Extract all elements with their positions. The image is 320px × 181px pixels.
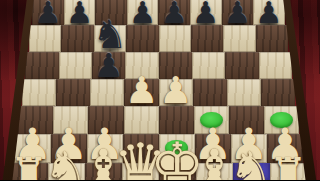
piece-black-pawn[interactable]: ♟: [66, 0, 93, 28]
piece-white-rook[interactable]: ♜: [269, 152, 308, 180]
piece-white-pawn[interactable]: ♟: [125, 72, 158, 109]
piece-black-pawn[interactable]: ♟: [94, 49, 124, 82]
board-rank-6: ♞: [29, 25, 288, 52]
square-f5[interactable]: [192, 52, 225, 79]
square-e4[interactable]: ♟: [159, 79, 193, 107]
chess-app-screen: ♟♟♟♟♟♟♟♞♟♟♟♟♟♟♟♟♟♜♞♝♛♚♝♞♜: [0, 0, 320, 180]
square-g4[interactable]: [227, 79, 261, 107]
board-rank-1: ♜♞♝♛♚♝♞♜: [11, 163, 307, 181]
square-c5[interactable]: ♟: [92, 52, 125, 79]
board-rank-7: ♟♟♟♟♟♟♟: [32, 0, 284, 25]
square-h5[interactable]: [259, 52, 292, 79]
square-b6[interactable]: [61, 25, 93, 52]
square-d4[interactable]: ♟: [124, 79, 158, 107]
square-b4[interactable]: [56, 79, 90, 107]
square-g7[interactable]: ♟: [222, 0, 254, 25]
square-g1[interactable]: ♞: [233, 163, 270, 181]
piece-white-pawn[interactable]: ♟: [159, 72, 192, 109]
piece-black-pawn[interactable]: ♟: [192, 0, 219, 28]
square-a5[interactable]: [25, 52, 58, 79]
square-e7[interactable]: ♟: [158, 0, 190, 25]
piece-black-pawn[interactable]: ♟: [35, 0, 62, 28]
board-rank-4: ♟♟: [22, 79, 296, 107]
chess-board[interactable]: ♟♟♟♟♟♟♟♞♟♟♟♟♟♟♟♟♟♜♞♝♛♚♝♞♜: [0, 0, 320, 180]
square-h6[interactable]: [256, 25, 288, 52]
square-b5[interactable]: [59, 52, 92, 79]
piece-black-pawn[interactable]: ♟: [129, 0, 156, 28]
square-a1[interactable]: ♜: [11, 163, 48, 181]
square-d6[interactable]: [126, 25, 158, 52]
square-f6[interactable]: [191, 25, 223, 52]
square-a7[interactable]: ♟: [32, 0, 64, 25]
square-h7[interactable]: ♟: [253, 0, 285, 25]
square-f1[interactable]: ♝: [196, 163, 233, 181]
piece-black-pawn[interactable]: ♟: [224, 0, 251, 28]
square-g5[interactable]: [225, 52, 258, 79]
square-a6[interactable]: [29, 25, 61, 52]
square-g6[interactable]: [223, 25, 255, 52]
piece-black-pawn[interactable]: ♟: [161, 0, 188, 28]
square-h4[interactable]: [261, 79, 295, 107]
square-e6[interactable]: [159, 25, 191, 52]
square-h1[interactable]: ♜: [270, 163, 307, 181]
piece-white-rook[interactable]: ♜: [10, 152, 49, 180]
square-b7[interactable]: ♟: [64, 0, 96, 25]
square-f7[interactable]: ♟: [190, 0, 222, 25]
piece-white-knight[interactable]: ♞: [229, 146, 274, 180]
square-c4[interactable]: [90, 79, 124, 107]
piece-black-pawn[interactable]: ♟: [255, 0, 282, 28]
square-a4[interactable]: [22, 79, 56, 107]
square-d7[interactable]: ♟: [127, 0, 159, 25]
square-f4[interactable]: [193, 79, 227, 107]
